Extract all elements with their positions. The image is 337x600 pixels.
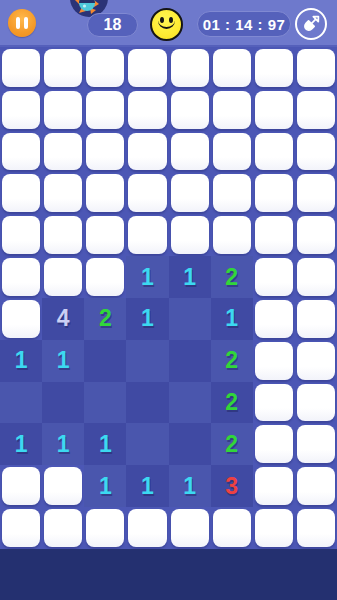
closed-tile	[42, 507, 84, 549]
mine-count-number: 4	[57, 307, 70, 330]
closed-tile	[84, 256, 126, 298]
closed-tile-face[interactable]	[2, 91, 40, 129]
closed-tile	[0, 172, 42, 214]
closed-tile-face[interactable]	[297, 509, 335, 547]
mine-count-number: 1	[141, 475, 154, 498]
closed-tile-face[interactable]	[255, 300, 293, 338]
closed-tile	[295, 382, 337, 424]
open-empty-cell	[0, 382, 42, 424]
closed-tile-face[interactable]	[297, 384, 335, 422]
timer-display: 01 : 14 : 97	[197, 11, 291, 37]
closed-tile	[126, 214, 168, 256]
closed-tile	[253, 340, 295, 382]
closed-tile-face[interactable]	[297, 467, 335, 505]
closed-tile	[42, 214, 84, 256]
open-number-cell[interactable]: 4	[42, 298, 84, 340]
open-number-cell[interactable]: 1	[211, 298, 253, 340]
closed-tile	[295, 172, 337, 214]
open-number-cell[interactable]: 1	[169, 256, 211, 298]
closed-tile-face[interactable]	[255, 216, 293, 254]
pause-button[interactable]	[8, 9, 36, 37]
open-number-cell[interactable]: 2	[84, 298, 126, 340]
closed-tile	[42, 47, 84, 89]
closed-tile-face[interactable]	[213, 216, 251, 254]
shovel-mode-button[interactable]	[295, 8, 327, 40]
closed-tile	[84, 172, 126, 214]
mine-count-number: 2	[225, 266, 238, 289]
closed-tile	[42, 89, 84, 131]
closed-tile-face[interactable]	[255, 384, 293, 422]
closed-tile-face[interactable]	[255, 425, 293, 463]
closed-tile-face[interactable]	[2, 133, 40, 171]
closed-tile-face[interactable]	[86, 216, 124, 254]
closed-tile-face[interactable]	[128, 509, 166, 547]
closed-tile	[0, 47, 42, 89]
closed-tile	[253, 89, 295, 131]
closed-tile	[84, 131, 126, 173]
open-empty-cell	[84, 340, 126, 382]
closed-tile	[42, 256, 84, 298]
closed-tile-face[interactable]	[297, 216, 335, 254]
game-board: 1124211112211121113	[0, 47, 337, 549]
closed-tile-face[interactable]	[86, 258, 124, 296]
closed-tile-face[interactable]	[128, 216, 166, 254]
pause-icon	[24, 17, 28, 29]
closed-tile-face[interactable]	[255, 509, 293, 547]
open-number-cell[interactable]: 1	[42, 340, 84, 382]
closed-tile	[253, 423, 295, 465]
mine-count-number: 1	[225, 307, 238, 330]
minesweeper-screen: 18 01 : 14 : 97 1124211112211121113	[0, 0, 337, 600]
closed-tile	[169, 507, 211, 549]
closed-tile-face[interactable]	[255, 342, 293, 380]
mine-count-number: 1	[15, 349, 28, 372]
closed-tile-face[interactable]	[297, 49, 335, 87]
open-empty-cell	[169, 382, 211, 424]
closed-tile	[84, 507, 126, 549]
closed-tile-face[interactable]	[171, 174, 209, 212]
open-number-cell[interactable]: 1	[84, 423, 126, 465]
closed-tile-face[interactable]	[255, 258, 293, 296]
mine-count-number: 1	[183, 266, 196, 289]
open-number-cell[interactable]: 1	[42, 423, 84, 465]
closed-tile-face[interactable]	[86, 174, 124, 212]
open-empty-cell	[126, 382, 168, 424]
closed-tile-face[interactable]	[44, 49, 82, 87]
closed-tile-face[interactable]	[171, 509, 209, 547]
closed-tile	[126, 131, 168, 173]
closed-tile	[169, 172, 211, 214]
open-number-cell[interactable]: 2	[211, 256, 253, 298]
closed-tile	[211, 89, 253, 131]
open-empty-cell	[169, 298, 211, 340]
mine-count-number: 1	[99, 433, 112, 456]
closed-tile-face[interactable]	[297, 91, 335, 129]
closed-tile-face[interactable]	[44, 467, 82, 505]
open-empty-cell	[126, 340, 168, 382]
open-empty-cell	[126, 423, 168, 465]
closed-tile	[169, 89, 211, 131]
open-number-cell[interactable]: 1	[126, 298, 168, 340]
closed-tile	[211, 131, 253, 173]
closed-tile	[84, 47, 126, 89]
closed-tile	[126, 47, 168, 89]
closed-tile-face[interactable]	[171, 91, 209, 129]
mine-count-number: 1	[99, 475, 112, 498]
closed-tile	[126, 89, 168, 131]
open-number-cell[interactable]: 2	[211, 423, 253, 465]
closed-tile-face[interactable]	[255, 133, 293, 171]
closed-tile	[169, 214, 211, 256]
closed-tile	[126, 507, 168, 549]
open-empty-cell	[42, 382, 84, 424]
closed-tile	[0, 131, 42, 173]
closed-tile-face[interactable]	[86, 49, 124, 87]
open-number-cell[interactable]: 2	[211, 382, 253, 424]
closed-tile-face[interactable]	[128, 91, 166, 129]
closed-tile	[211, 47, 253, 89]
closed-tile-face[interactable]	[44, 174, 82, 212]
closed-tile-face[interactable]	[255, 467, 293, 505]
closed-tile	[0, 298, 42, 340]
open-number-cell[interactable]: 1	[126, 256, 168, 298]
closed-tile	[84, 214, 126, 256]
closed-tile-face[interactable]	[2, 509, 40, 547]
mine-count-number: 2	[225, 391, 238, 414]
closed-tile-face[interactable]	[171, 133, 209, 171]
mine-count-number: 1	[141, 266, 154, 289]
closed-tile	[253, 172, 295, 214]
closed-tile-face[interactable]	[44, 258, 82, 296]
closed-tile	[211, 507, 253, 549]
closed-tile-face[interactable]	[213, 174, 251, 212]
closed-tile-face[interactable]	[44, 91, 82, 129]
closed-tile-face[interactable]	[2, 174, 40, 212]
closed-tile-face[interactable]	[86, 133, 124, 171]
open-number-cell[interactable]: 1	[84, 465, 126, 507]
open-number-cell[interactable]: 1	[0, 423, 42, 465]
mine-count-number: 1	[141, 307, 154, 330]
mine-count-number: 1	[15, 433, 28, 456]
timer-value: 01 : 14 : 97	[203, 16, 286, 33]
closed-tile-face[interactable]	[128, 49, 166, 87]
closed-tile-face[interactable]	[171, 216, 209, 254]
closed-tile	[295, 465, 337, 507]
closed-tile-face[interactable]	[213, 49, 251, 87]
closed-tile	[84, 89, 126, 131]
open-number-cell[interactable]: 1	[0, 340, 42, 382]
closed-tile	[253, 382, 295, 424]
closed-tile	[0, 507, 42, 549]
mines-remaining-counter: 18	[87, 13, 138, 37]
closed-tile	[295, 298, 337, 340]
closed-tile	[295, 214, 337, 256]
closed-tile-face[interactable]	[86, 509, 124, 547]
open-empty-cell	[169, 340, 211, 382]
closed-tile	[253, 298, 295, 340]
closed-tile	[253, 47, 295, 89]
closed-tile	[211, 172, 253, 214]
open-empty-cell	[84, 382, 126, 424]
open-number-cell[interactable]: 2	[211, 340, 253, 382]
closed-tile	[169, 47, 211, 89]
closed-tile	[295, 340, 337, 382]
closed-tile	[253, 214, 295, 256]
mine-count-number: 2	[99, 307, 112, 330]
closed-tile	[211, 214, 253, 256]
closed-tile-face[interactable]	[2, 216, 40, 254]
closed-tile	[126, 172, 168, 214]
closed-tile-face[interactable]	[297, 342, 335, 380]
closed-tile-face[interactable]	[255, 49, 293, 87]
closed-tile-face[interactable]	[44, 509, 82, 547]
mine-count-number: 1	[183, 475, 196, 498]
mine-count-number: 2	[225, 433, 238, 456]
closed-tile	[253, 507, 295, 549]
smiley-face-button[interactable]	[150, 8, 183, 41]
closed-tile-face[interactable]	[213, 509, 251, 547]
closed-tile	[253, 465, 295, 507]
smiley-mouth	[158, 19, 175, 29]
closed-tile	[0, 465, 42, 507]
closed-tile	[42, 131, 84, 173]
closed-tile	[295, 47, 337, 89]
closed-tile-face[interactable]	[2, 258, 40, 296]
closed-tile-face[interactable]	[297, 258, 335, 296]
closed-tile	[253, 131, 295, 173]
closed-tile-face[interactable]	[128, 133, 166, 171]
closed-tile-face[interactable]	[255, 91, 293, 129]
closed-tile-face[interactable]	[297, 174, 335, 212]
shovel-icon	[297, 10, 325, 38]
closed-tile	[169, 131, 211, 173]
closed-tile-face[interactable]	[86, 91, 124, 129]
closed-tile-face[interactable]	[213, 133, 251, 171]
mine-count-number: 1	[57, 349, 70, 372]
closed-tile	[295, 256, 337, 298]
closed-tile-face[interactable]	[297, 133, 335, 171]
mine-count-number: 2	[225, 349, 238, 372]
pause-icon	[16, 17, 20, 29]
closed-tile-face[interactable]	[2, 49, 40, 87]
open-number-cell[interactable]: 1	[169, 465, 211, 507]
closed-tile	[42, 172, 84, 214]
closed-tile-face[interactable]	[213, 91, 251, 129]
closed-tile	[295, 507, 337, 549]
closed-tile	[42, 465, 84, 507]
top-bar: 18 01 : 14 : 97	[0, 0, 337, 47]
closed-tile-face[interactable]	[2, 467, 40, 505]
mines-remaining-value: 18	[104, 16, 122, 34]
mine-count-number: 3	[225, 475, 238, 498]
closed-tile-face[interactable]	[297, 300, 335, 338]
closed-tile-face[interactable]	[44, 216, 82, 254]
closed-tile-face[interactable]	[2, 300, 40, 338]
closed-tile	[295, 89, 337, 131]
open-empty-cell	[169, 423, 211, 465]
closed-tile	[253, 256, 295, 298]
closed-tile	[0, 256, 42, 298]
bottom-area	[0, 549, 337, 600]
mine-count-number: 1	[57, 433, 70, 456]
closed-tile	[295, 131, 337, 173]
closed-tile-face[interactable]	[128, 174, 166, 212]
closed-tile	[0, 89, 42, 131]
open-number-cell[interactable]: 3	[211, 465, 253, 507]
closed-tile-face[interactable]	[44, 133, 82, 171]
closed-tile-face[interactable]	[171, 49, 209, 87]
closed-tile	[0, 214, 42, 256]
open-number-cell[interactable]: 1	[126, 465, 168, 507]
closed-tile-face[interactable]	[297, 425, 335, 463]
closed-tile-face[interactable]	[255, 174, 293, 212]
closed-tile	[295, 423, 337, 465]
